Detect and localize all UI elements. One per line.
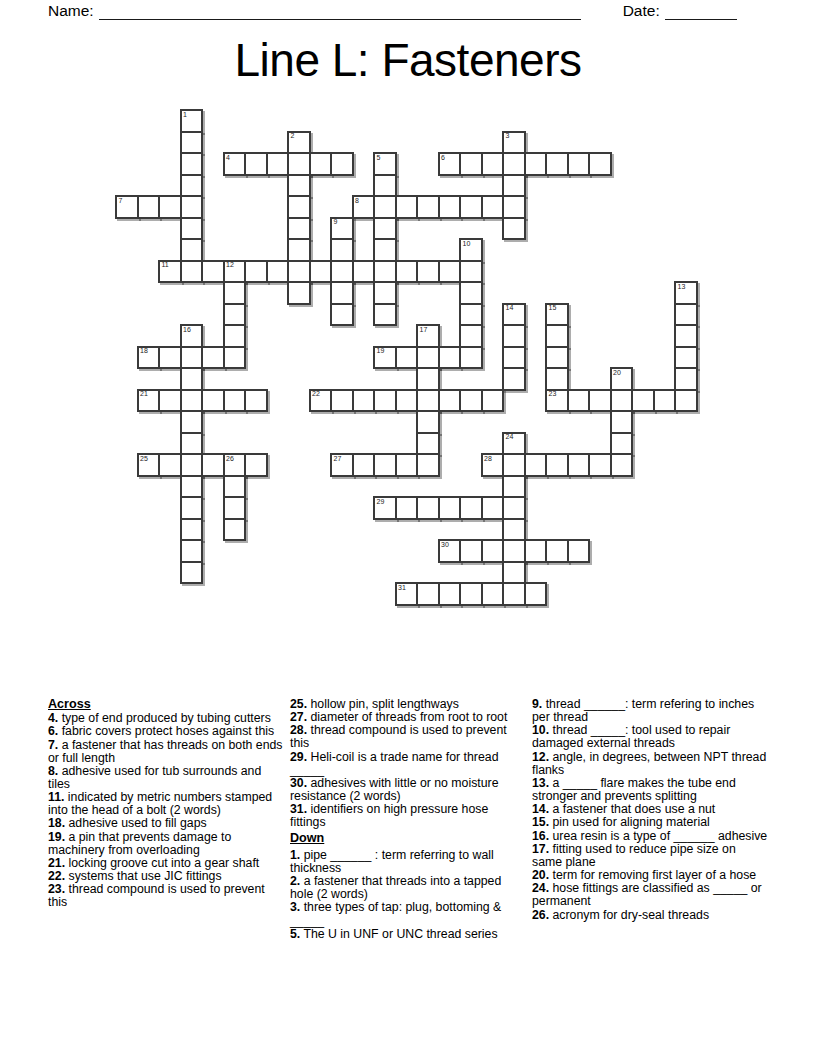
down-heading: Down bbox=[290, 832, 527, 845]
grid-cell-r11c15[interactable] bbox=[438, 346, 462, 370]
grid-cell-r8c16[interactable] bbox=[459, 281, 483, 305]
grid-cell-r2c7[interactable] bbox=[266, 152, 290, 176]
grid-cell-r22c15[interactable] bbox=[438, 582, 462, 606]
grid-cell-r13c21[interactable] bbox=[567, 389, 591, 413]
grid-cell-r1c3[interactable] bbox=[180, 131, 204, 155]
grid-cell-r4c11[interactable]: 8 bbox=[352, 195, 376, 219]
grid-cell-r2c9[interactable] bbox=[309, 152, 333, 176]
grid-cell-r16c3[interactable] bbox=[180, 453, 204, 477]
grid-cell-r6c10[interactable] bbox=[330, 238, 354, 262]
grid-cell-r15c14[interactable] bbox=[416, 432, 440, 456]
clue-down-3: 3. three types of tap: plug, bottoming &… bbox=[290, 901, 527, 927]
clue-across-18: 18. adhesive used to fill gaps bbox=[48, 817, 285, 830]
grid-cell-r22c14[interactable] bbox=[416, 582, 440, 606]
grid-cell-r2c18[interactable] bbox=[502, 152, 526, 176]
grid-cell-r20c21[interactable] bbox=[567, 539, 591, 563]
grid-cell-r3c3[interactable] bbox=[180, 174, 204, 198]
grid-cell-r22c13[interactable]: 31 bbox=[395, 582, 419, 606]
grid-cell-r11c13[interactable] bbox=[395, 346, 419, 370]
grid-cell-r13c5[interactable] bbox=[223, 389, 247, 413]
grid-cell-r18c12[interactable]: 29 bbox=[373, 496, 397, 520]
clue-across-30: 30. adhesives with little or no moisture… bbox=[290, 777, 527, 803]
grid-cell-r14c14[interactable] bbox=[416, 410, 440, 434]
clue-number-6: 6 bbox=[441, 154, 445, 162]
grid-cell-r13c10[interactable] bbox=[330, 389, 354, 413]
clue-across-28: 28. thread compound is used to prevent t… bbox=[290, 724, 527, 750]
grid-cell-r16c13[interactable] bbox=[395, 453, 419, 477]
clue-number-30: 30 bbox=[441, 541, 449, 549]
grid-cell-r12c26[interactable] bbox=[674, 367, 698, 391]
grid-cell-r18c3[interactable] bbox=[180, 496, 204, 520]
grid-cell-r6c16[interactable]: 10 bbox=[459, 238, 483, 262]
grid-cell-r5c18[interactable] bbox=[502, 217, 526, 241]
grid-cell-r17c18[interactable] bbox=[502, 475, 526, 499]
grid-cell-r13c2[interactable] bbox=[158, 389, 182, 413]
grid-cell-r4c3[interactable] bbox=[180, 195, 204, 219]
clue-number-10: 10 bbox=[463, 240, 471, 248]
date-label: Date: bbox=[623, 2, 660, 20]
grid-cell-r2c17[interactable] bbox=[481, 152, 505, 176]
clue-number-21: 21 bbox=[140, 390, 148, 398]
grid-cell-r22c19[interactable] bbox=[524, 582, 548, 606]
clue-number-17: 17 bbox=[420, 326, 428, 334]
grid-cell-r2c19[interactable] bbox=[524, 152, 548, 176]
across-heading: Across bbox=[48, 698, 285, 711]
grid-cell-r16c2[interactable] bbox=[158, 453, 182, 477]
grid-cell-r16c1[interactable]: 25 bbox=[137, 453, 161, 477]
grid-cell-r2c10[interactable] bbox=[330, 152, 354, 176]
puzzle-title: Line L: Fasteners bbox=[0, 33, 816, 87]
grid-cell-r10c26[interactable] bbox=[674, 324, 698, 348]
clue-down-15-number: 15. bbox=[532, 815, 549, 829]
grid-cell-r14c3[interactable] bbox=[180, 410, 204, 434]
grid-cell-r8c5[interactable] bbox=[223, 281, 247, 305]
grid-cell-r21c3[interactable] bbox=[180, 561, 204, 585]
clue-number-7: 7 bbox=[119, 197, 123, 205]
grid-cell-r8c12[interactable] bbox=[373, 281, 397, 305]
clue-across-27-number: 27. bbox=[290, 710, 307, 724]
clue-across-30-number: 30. bbox=[290, 776, 307, 790]
clue-across-23: 23. thread compound is used to prevent t… bbox=[48, 883, 285, 909]
clue-across-6: 6. fabric covers protect hoses against t… bbox=[48, 725, 285, 738]
clue-number-9: 9 bbox=[334, 218, 338, 226]
grid-cell-r0c3[interactable]: 1 bbox=[180, 109, 204, 133]
grid-cell-r7c4[interactable] bbox=[201, 260, 225, 284]
grid-cell-r16c21[interactable] bbox=[567, 453, 591, 477]
grid-cell-r13c1[interactable]: 21 bbox=[137, 389, 161, 413]
grid-cell-r9c18[interactable]: 14 bbox=[502, 303, 526, 327]
clue-down-13-number: 13. bbox=[532, 776, 549, 790]
grid-cell-r20c18[interactable] bbox=[502, 539, 526, 563]
clue-down-24: 24. hose fittings are classified as ____… bbox=[532, 882, 769, 908]
grid-cell-r13c23[interactable] bbox=[610, 389, 634, 413]
grid-cell-r16c22[interactable] bbox=[588, 453, 612, 477]
grid-cell-r20c19[interactable] bbox=[524, 539, 548, 563]
grid-cell-r13c13[interactable] bbox=[395, 389, 419, 413]
grid-cell-r19c5[interactable] bbox=[223, 518, 247, 542]
clue-number-27: 27 bbox=[334, 455, 342, 463]
grid-cell-r15c18[interactable]: 24 bbox=[502, 432, 526, 456]
grid-cell-r6c12[interactable] bbox=[373, 238, 397, 262]
clue-across-23-number: 23. bbox=[48, 882, 65, 896]
grid-cell-r12c3[interactable] bbox=[180, 367, 204, 391]
grid-cell-r3c18[interactable] bbox=[502, 174, 526, 198]
clues-column-2: 25. hollow pin, split lengthways27. diam… bbox=[290, 698, 527, 941]
grid-cell-r16c19[interactable] bbox=[524, 453, 548, 477]
clue-across-7: 7. a fastener that has threads on both e… bbox=[48, 739, 285, 765]
grid-cell-r13c25[interactable] bbox=[653, 389, 677, 413]
grid-cell-r7c5[interactable]: 12 bbox=[223, 260, 247, 284]
grid-cell-r2c5[interactable]: 4 bbox=[223, 152, 247, 176]
grid-cell-r12c14[interactable] bbox=[416, 367, 440, 391]
grid-cell-r2c22[interactable] bbox=[588, 152, 612, 176]
grid-cell-r16c6[interactable] bbox=[244, 453, 268, 477]
grid-cell-r12c23[interactable]: 20 bbox=[610, 367, 634, 391]
grid-cell-r11c5[interactable] bbox=[223, 346, 247, 370]
date-input-line[interactable] bbox=[665, 4, 737, 20]
grid-cell-r12c18[interactable] bbox=[502, 367, 526, 391]
grid-cell-r10c14[interactable]: 17 bbox=[416, 324, 440, 348]
grid-cell-r20c16[interactable] bbox=[459, 539, 483, 563]
grid-cell-r20c3[interactable] bbox=[180, 539, 204, 563]
grid-cell-r7c13[interactable] bbox=[395, 260, 419, 284]
grid-cell-r16c14[interactable] bbox=[416, 453, 440, 477]
clue-down-16-number: 16. bbox=[532, 829, 549, 843]
clue-across-4-number: 4. bbox=[48, 711, 58, 725]
grid-cell-r2c20[interactable] bbox=[545, 152, 569, 176]
clue-down-2-number: 2. bbox=[290, 874, 300, 888]
clue-across-18-number: 18. bbox=[48, 816, 65, 830]
clue-across-7-number: 7. bbox=[48, 738, 58, 752]
grid-cell-r10c5[interactable] bbox=[223, 324, 247, 348]
grid-cell-r4c1[interactable] bbox=[137, 195, 161, 219]
clue-across-6-number: 6. bbox=[48, 724, 58, 738]
clue-down-20-number: 20. bbox=[532, 868, 549, 882]
clue-number-23: 23 bbox=[549, 390, 557, 398]
grid-cell-r10c16[interactable] bbox=[459, 324, 483, 348]
grid-cell-r16c17[interactable]: 28 bbox=[481, 453, 505, 477]
grid-cell-r16c10[interactable]: 27 bbox=[330, 453, 354, 477]
grid-cell-r13c22[interactable] bbox=[588, 389, 612, 413]
clue-number-15: 15 bbox=[549, 304, 557, 312]
clue-across-11: 11. indicated by metric numbers stamped … bbox=[48, 791, 285, 817]
clue-down-15: 15. pin used for aligning material bbox=[532, 816, 769, 829]
grid-cell-r5c8[interactable] bbox=[287, 217, 311, 241]
clue-down-1-number: 1. bbox=[290, 848, 300, 862]
clue-across-25-number: 25. bbox=[290, 697, 307, 711]
grid-cell-r18c17[interactable] bbox=[481, 496, 505, 520]
clue-down-17-number: 17. bbox=[532, 842, 549, 856]
grid-cell-r8c26[interactable]: 13 bbox=[674, 281, 698, 305]
grid-cell-r18c14[interactable] bbox=[416, 496, 440, 520]
clue-across-29-number: 29. bbox=[290, 750, 307, 764]
grid-cell-r11c20[interactable] bbox=[545, 346, 569, 370]
clue-number-31: 31 bbox=[398, 584, 406, 592]
grid-cell-r16c23[interactable] bbox=[610, 453, 634, 477]
clue-number-14: 14 bbox=[506, 304, 514, 312]
grid-cell-r16c18[interactable] bbox=[502, 453, 526, 477]
clues-column-3: 9. thread ______: term refering to inche… bbox=[532, 698, 769, 941]
clue-across-19-number: 19. bbox=[48, 830, 65, 844]
grid-cell-r4c0[interactable]: 7 bbox=[115, 195, 139, 219]
clue-number-12: 12 bbox=[226, 261, 234, 269]
grid-cell-r9c12[interactable] bbox=[373, 303, 397, 327]
name-label: Name: bbox=[48, 2, 94, 20]
grid-cell-r10c20[interactable] bbox=[545, 324, 569, 348]
grid-cell-r11c12[interactable]: 19 bbox=[373, 346, 397, 370]
grid-cell-r3c8[interactable] bbox=[287, 174, 311, 198]
grid-cell-r13c26[interactable] bbox=[674, 389, 698, 413]
grid-cell-r4c17[interactable] bbox=[481, 195, 505, 219]
grid-cell-r16c12[interactable] bbox=[373, 453, 397, 477]
clue-number-13: 13 bbox=[678, 283, 686, 291]
grid-cell-r18c18[interactable] bbox=[502, 496, 526, 520]
clue-number-8: 8 bbox=[355, 197, 359, 205]
grid-cell-r16c4[interactable] bbox=[201, 453, 225, 477]
clue-number-29: 29 bbox=[377, 498, 385, 506]
clue-number-28: 28 bbox=[484, 455, 492, 463]
grid-cell-r9c20[interactable]: 15 bbox=[545, 303, 569, 327]
clue-across-22-number: 22. bbox=[48, 869, 65, 883]
grid-cell-r3c12[interactable] bbox=[373, 174, 397, 198]
clue-across-8-number: 8. bbox=[48, 764, 58, 778]
grid-cell-r22c16[interactable] bbox=[459, 582, 483, 606]
grid-cell-r14c23[interactable] bbox=[610, 410, 634, 434]
grid-cell-r5c3[interactable] bbox=[180, 217, 204, 241]
grid-cell-r2c16[interactable] bbox=[459, 152, 483, 176]
clue-down-5: 5. The U in UNF or UNC thread series bbox=[290, 928, 527, 941]
grid-cell-r6c8[interactable] bbox=[287, 238, 311, 262]
clue-down-12: 12. angle, in degrees, between NPT threa… bbox=[532, 751, 769, 777]
grid-cell-r13c4[interactable] bbox=[201, 389, 225, 413]
clue-down-9-number: 9. bbox=[532, 697, 542, 711]
worksheet-page: Name: Date: Line L: Fasteners 1234567891… bbox=[0, 0, 816, 1056]
grid-cell-r4c16[interactable] bbox=[459, 195, 483, 219]
clue-number-22: 22 bbox=[312, 390, 320, 398]
grid-cell-r17c3[interactable] bbox=[180, 475, 204, 499]
crossword-grid: 1234567891011121314151617181920212223242… bbox=[116, 110, 698, 606]
grid-cell-r5c10[interactable]: 9 bbox=[330, 217, 354, 241]
grid-cell-r22c17[interactable] bbox=[481, 582, 505, 606]
grid-cell-r4c12[interactable] bbox=[373, 195, 397, 219]
grid-cell-r13c16[interactable] bbox=[459, 389, 483, 413]
grid-cell-r4c15[interactable] bbox=[438, 195, 462, 219]
clues-section: Across4. type of end produced by tubing … bbox=[48, 698, 774, 941]
grid-cell-r18c5[interactable] bbox=[223, 496, 247, 520]
clue-number-5: 5 bbox=[377, 154, 381, 162]
grid-cell-r7c7[interactable] bbox=[266, 260, 290, 284]
clue-number-3: 3 bbox=[506, 132, 510, 140]
grid-cell-r7c6[interactable] bbox=[244, 260, 268, 284]
clue-across-11-number: 11. bbox=[48, 790, 64, 804]
grid-cell-r22c18[interactable] bbox=[502, 582, 526, 606]
grid-cell-r13c11[interactable] bbox=[352, 389, 376, 413]
clue-number-11: 11 bbox=[162, 261, 169, 269]
clue-number-18: 18 bbox=[140, 347, 148, 355]
clue-across-31: 31. identifiers on high pressure hose fi… bbox=[290, 803, 527, 829]
grid-cell-r13c14[interactable] bbox=[416, 389, 440, 413]
grid-cell-r13c3[interactable] bbox=[180, 389, 204, 413]
grid-cell-r13c24[interactable] bbox=[631, 389, 655, 413]
clue-across-29: 29. Heli-coil is a trade name for thread… bbox=[290, 751, 527, 777]
clue-number-2: 2 bbox=[291, 132, 295, 140]
grid-cell-r2c8[interactable] bbox=[287, 152, 311, 176]
clue-down-14-number: 14. bbox=[532, 802, 549, 816]
grid-cell-r7c14[interactable] bbox=[416, 260, 440, 284]
grid-cell-r11c4[interactable] bbox=[201, 346, 225, 370]
grid-cell-r2c21[interactable] bbox=[567, 152, 591, 176]
grid-cell-r9c26[interactable] bbox=[674, 303, 698, 327]
grid-cell-r15c23[interactable] bbox=[610, 432, 634, 456]
clue-across-19: 19. a pin that prevents damage to machin… bbox=[48, 831, 285, 857]
clue-down-10: 10. thread _____: tool used to repair da… bbox=[532, 724, 769, 750]
clue-across-28-number: 28. bbox=[290, 723, 307, 737]
clue-number-16: 16 bbox=[183, 326, 191, 334]
grid-cell-r11c26[interactable] bbox=[674, 346, 698, 370]
grid-cell-r7c12[interactable] bbox=[373, 260, 397, 284]
grid-cell-r19c18[interactable] bbox=[502, 518, 526, 542]
grid-cell-r5c12[interactable] bbox=[373, 217, 397, 241]
grid-cell-r17c5[interactable] bbox=[223, 475, 247, 499]
grid-cell-r7c11[interactable] bbox=[352, 260, 376, 284]
grid-cell-r11c14[interactable] bbox=[416, 346, 440, 370]
grid-cell-r20c17[interactable] bbox=[481, 539, 505, 563]
name-date-row: Name: Date: bbox=[48, 2, 770, 20]
clue-across-21-number: 21. bbox=[48, 856, 65, 870]
grid-cell-r2c6[interactable] bbox=[244, 152, 268, 176]
grid-cell-r7c9[interactable] bbox=[309, 260, 333, 284]
clue-number-24: 24 bbox=[506, 433, 514, 441]
grid-cell-r13c17[interactable] bbox=[481, 389, 505, 413]
clue-down-24-number: 24. bbox=[532, 881, 549, 895]
grid-cell-r4c14[interactable] bbox=[416, 195, 440, 219]
grid-cell-r2c15[interactable]: 6 bbox=[438, 152, 462, 176]
clue-across-8: 8. adhesive used for tub surrounds and t… bbox=[48, 765, 285, 791]
grid-cell-r2c12[interactable]: 5 bbox=[373, 152, 397, 176]
grid-cell-r9c5[interactable] bbox=[223, 303, 247, 327]
clue-down-5-number: 5. bbox=[290, 927, 300, 941]
clue-down-26: 26. acronym for dry-seal threads bbox=[532, 909, 769, 922]
grid-cell-r9c16[interactable] bbox=[459, 303, 483, 327]
grid-cell-r20c20[interactable] bbox=[545, 539, 569, 563]
grid-cell-r16c5[interactable]: 26 bbox=[223, 453, 247, 477]
grid-cell-r13c6[interactable] bbox=[244, 389, 268, 413]
grid-cell-r8c10[interactable] bbox=[330, 281, 354, 305]
clue-down-17: 17. fitting used to reduce pipe size on … bbox=[532, 843, 769, 869]
grid-cell-r4c2[interactable] bbox=[158, 195, 182, 219]
clue-number-4: 4 bbox=[226, 154, 230, 162]
name-input-line[interactable] bbox=[99, 4, 581, 20]
clue-down-10-number: 10. bbox=[532, 723, 549, 737]
clue-down-3-number: 3. bbox=[290, 900, 300, 914]
grid-cell-r7c10[interactable] bbox=[330, 260, 354, 284]
grid-cell-r1c18[interactable]: 3 bbox=[502, 131, 526, 155]
grid-cell-r18c15[interactable] bbox=[438, 496, 462, 520]
grid-cell-r11c18[interactable] bbox=[502, 346, 526, 370]
clues-column-1: Across4. type of end produced by tubing … bbox=[48, 698, 285, 941]
grid-cell-r7c2[interactable]: 11 bbox=[158, 260, 182, 284]
grid-cell-r4c13[interactable] bbox=[395, 195, 419, 219]
grid-cell-r12c20[interactable] bbox=[545, 367, 569, 391]
grid-cell-r16c20[interactable] bbox=[545, 453, 569, 477]
clue-number-19: 19 bbox=[377, 347, 385, 355]
grid-cell-r4c18[interactable] bbox=[502, 195, 526, 219]
grid-cell-r11c16[interactable] bbox=[459, 346, 483, 370]
clue-number-25: 25 bbox=[140, 455, 148, 463]
grid-cell-r19c3[interactable] bbox=[180, 518, 204, 542]
grid-cell-r7c8[interactable] bbox=[287, 260, 311, 284]
grid-cell-r15c3[interactable] bbox=[180, 432, 204, 456]
grid-cell-r7c15[interactable] bbox=[438, 260, 462, 284]
grid-cell-r10c3[interactable]: 16 bbox=[180, 324, 204, 348]
grid-cell-r2c3[interactable] bbox=[180, 152, 204, 176]
grid-cell-r18c13[interactable] bbox=[395, 496, 419, 520]
grid-cell-r13c12[interactable] bbox=[373, 389, 397, 413]
clue-down-9: 9. thread ______: term refering to inche… bbox=[532, 698, 769, 724]
clue-down-1: 1. pipe ______ : term referring to wall … bbox=[290, 849, 527, 875]
grid-cell-r10c18[interactable] bbox=[502, 324, 526, 348]
grid-cell-r13c20[interactable]: 23 bbox=[545, 389, 569, 413]
grid-cell-r16c11[interactable] bbox=[352, 453, 376, 477]
clue-down-26-number: 26. bbox=[532, 908, 549, 922]
grid-cell-r11c3[interactable] bbox=[180, 346, 204, 370]
grid-cell-r21c18[interactable] bbox=[502, 561, 526, 585]
grid-cell-r7c16[interactable] bbox=[459, 260, 483, 284]
grid-cell-r1c8[interactable]: 2 bbox=[287, 131, 311, 155]
clue-down-13: 13. a _____ flare makes the tube end str… bbox=[532, 777, 769, 803]
grid-cell-r6c3[interactable] bbox=[180, 238, 204, 262]
grid-cell-r9c10[interactable] bbox=[330, 303, 354, 327]
clue-down-16: 16. urea resin is a type of ______ adhes… bbox=[532, 830, 769, 843]
grid-cell-r13c15[interactable] bbox=[438, 389, 462, 413]
grid-cell-r20c15[interactable]: 30 bbox=[438, 539, 462, 563]
clue-number-1: 1 bbox=[183, 111, 187, 119]
clue-down-12-number: 12. bbox=[532, 750, 549, 764]
grid-cell-r13c9[interactable]: 22 bbox=[309, 389, 333, 413]
grid-cell-r11c2[interactable] bbox=[158, 346, 182, 370]
clue-number-26: 26 bbox=[226, 455, 234, 463]
grid-cell-r18c16[interactable] bbox=[459, 496, 483, 520]
grid-cell-r4c8[interactable] bbox=[287, 195, 311, 219]
clue-number-20: 20 bbox=[613, 369, 621, 377]
grid-cell-r11c1[interactable]: 18 bbox=[137, 346, 161, 370]
grid-cell-r7c3[interactable] bbox=[180, 260, 204, 284]
clue-across-31-number: 31. bbox=[290, 802, 307, 816]
clue-down-2: 2. a fastener that threads into a tapped… bbox=[290, 875, 527, 901]
grid-cell-r8c8[interactable] bbox=[287, 281, 311, 305]
